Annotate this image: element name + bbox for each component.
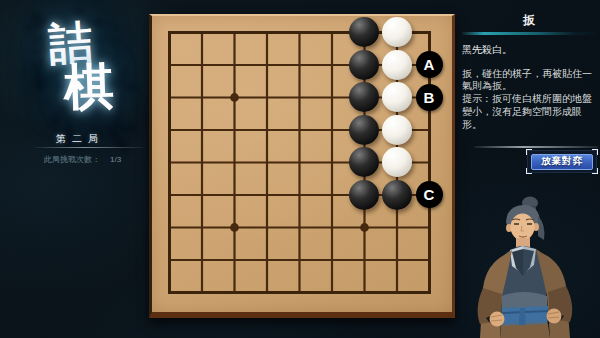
puzzle-info-panel: 扳 黑先殺白。 扳，碰住的棋子，再被貼住一氣則為扳。 提示：扳可使白棋所圍的地盤… <box>462 12 598 131</box>
board-cell[interactable] <box>348 48 381 81</box>
board-cell[interactable] <box>218 146 251 179</box>
board-cell[interactable] <box>380 48 413 81</box>
puzzle-mode-title-char-2: 棋 <box>63 53 115 122</box>
board-cell[interactable] <box>348 81 381 114</box>
board-cell[interactable] <box>348 178 381 211</box>
board-cell[interactable] <box>218 178 251 211</box>
go-board: ABC <box>149 14 455 318</box>
board-cell[interactable] <box>380 178 413 211</box>
board-cell[interactable] <box>380 276 413 309</box>
white-stone <box>382 115 412 145</box>
black-stone <box>382 180 412 210</box>
board-cell[interactable] <box>218 243 251 276</box>
board-cell[interactable] <box>413 243 446 276</box>
board-cell[interactable] <box>348 16 381 49</box>
board-cell[interactable] <box>250 178 283 211</box>
board-cell[interactable] <box>315 113 348 146</box>
board-cell[interactable] <box>153 146 186 179</box>
white-stone <box>382 147 412 177</box>
board-cell[interactable] <box>153 211 186 244</box>
corner-bracket-icon <box>592 149 598 155</box>
stage-number-label: 第二局 <box>38 132 122 146</box>
puzzle-objective: 黑先殺白。 <box>462 43 598 56</box>
board-cell[interactable] <box>185 81 218 114</box>
board-cell[interactable] <box>153 16 186 49</box>
black-stone <box>349 115 379 145</box>
board-cell[interactable] <box>380 211 413 244</box>
board-cell[interactable] <box>153 178 186 211</box>
board-cell[interactable] <box>413 146 446 179</box>
board-cell[interactable] <box>380 146 413 179</box>
board-cell[interactable] <box>185 243 218 276</box>
board-cell[interactable]: A <box>413 48 446 81</box>
black-stone <box>349 82 379 112</box>
board-intersections: ABC <box>153 16 446 309</box>
board-cell[interactable] <box>380 81 413 114</box>
board-cell[interactable] <box>315 81 348 114</box>
board-cell[interactable] <box>185 211 218 244</box>
game-screen: 詰 棋 詰 棋 第二局 此局挑戰次數：1/3 ABC 扳 黑先殺白。 扳，碰住的… <box>0 0 600 338</box>
board-cell[interactable] <box>413 16 446 49</box>
challenge-attempts-value: 1/3 <box>110 155 121 164</box>
board-cell[interactable] <box>413 276 446 309</box>
board-cell[interactable] <box>348 243 381 276</box>
board-cell[interactable] <box>283 113 316 146</box>
white-stone <box>382 82 412 112</box>
challenge-attempts-row: 此局挑戰次數：1/3 <box>44 154 154 165</box>
challenge-attempts-label: 此局挑戰次數： <box>44 155 100 164</box>
board-cell[interactable] <box>250 276 283 309</box>
board-cell[interactable] <box>413 113 446 146</box>
board-cell[interactable] <box>185 113 218 146</box>
board-cell[interactable] <box>283 178 316 211</box>
board-cell[interactable] <box>283 276 316 309</box>
board-cell[interactable] <box>153 48 186 81</box>
right-divider <box>474 146 598 148</box>
board-cell[interactable] <box>185 48 218 81</box>
board-cell[interactable] <box>348 211 381 244</box>
board-cell[interactable] <box>380 16 413 49</box>
board-cell[interactable] <box>283 211 316 244</box>
board-cell[interactable] <box>250 113 283 146</box>
board-cell[interactable] <box>283 243 316 276</box>
give-up-button[interactable]: 放棄對弈 <box>531 154 593 170</box>
board-cell[interactable] <box>250 211 283 244</box>
board-cell[interactable] <box>153 81 186 114</box>
technique-title: 扳 <box>462 12 598 29</box>
black-stone <box>349 147 379 177</box>
board-cell[interactable] <box>250 48 283 81</box>
board-cell[interactable] <box>185 276 218 309</box>
board-cell[interactable] <box>413 211 446 244</box>
move-option-C[interactable]: C <box>416 181 443 208</box>
board-cell[interactable] <box>283 48 316 81</box>
board-cell[interactable] <box>283 16 316 49</box>
board-cell[interactable] <box>348 276 381 309</box>
npc-character-illustration <box>450 196 600 338</box>
black-stone <box>349 17 379 47</box>
move-option-B[interactable]: B <box>416 84 443 111</box>
board-cell[interactable] <box>218 113 251 146</box>
white-stone <box>382 50 412 80</box>
board-cell[interactable] <box>348 146 381 179</box>
board-cell[interactable]: C <box>413 178 446 211</box>
board-cell[interactable] <box>283 81 316 114</box>
puzzle-hint: 提示：扳可使白棋所圍的地盤變小，沒有足夠空間形成眼形。 <box>462 93 598 131</box>
board-cell[interactable] <box>283 146 316 179</box>
board-cell[interactable] <box>315 16 348 49</box>
title-underline <box>462 32 598 35</box>
white-stone <box>382 17 412 47</box>
move-option-A[interactable]: A <box>416 51 443 78</box>
board-cell[interactable] <box>348 113 381 146</box>
board-cell[interactable] <box>315 48 348 81</box>
board-cell[interactable] <box>315 243 348 276</box>
board-cell[interactable] <box>250 243 283 276</box>
board-cell[interactable] <box>380 113 413 146</box>
board-cell[interactable] <box>153 113 186 146</box>
technique-description: 扳，碰住的棋子，再被貼住一氣則為扳。 <box>462 68 598 94</box>
corner-bracket-icon <box>592 168 598 174</box>
board-cell[interactable] <box>218 211 251 244</box>
board-cell[interactable] <box>315 178 348 211</box>
board-cell[interactable] <box>153 243 186 276</box>
board-cell[interactable] <box>315 211 348 244</box>
board-cell[interactable] <box>218 276 251 309</box>
left-divider <box>34 147 144 148</box>
board-cell[interactable] <box>185 178 218 211</box>
board-cell[interactable] <box>218 81 251 114</box>
board-cell[interactable]: B <box>413 81 446 114</box>
board-cell[interactable] <box>250 81 283 114</box>
board-cell[interactable] <box>153 276 186 309</box>
board-cell[interactable] <box>250 146 283 179</box>
board-cell[interactable] <box>250 16 283 49</box>
black-stone <box>349 50 379 80</box>
black-stone <box>349 180 379 210</box>
board-cell[interactable] <box>380 243 413 276</box>
board-cell[interactable] <box>218 48 251 81</box>
board-cell[interactable] <box>218 16 251 49</box>
board-cell[interactable] <box>315 276 348 309</box>
board-cell[interactable] <box>185 146 218 179</box>
board-cell[interactable] <box>315 146 348 179</box>
board-cell[interactable] <box>185 16 218 49</box>
board-surface: ABC <box>152 16 452 312</box>
give-up-button-frame: 放棄對弈 <box>527 150 597 173</box>
